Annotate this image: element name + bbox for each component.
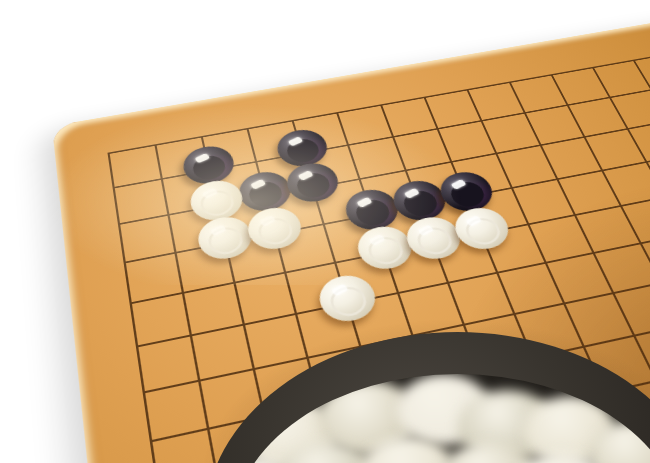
stone-highlight-glint (404, 187, 420, 198)
stone-highlight-glint (331, 283, 348, 296)
stone-highlight-glint (202, 187, 218, 198)
stone-highlight-glint (418, 224, 435, 236)
bowl-interior (233, 374, 650, 463)
go-photo-scene: ●●●●●●●○○○○○○○ (0, 0, 650, 463)
stone-highlight-glint (250, 178, 266, 189)
stone-highlight-glint (451, 179, 467, 190)
stone-highlight-glint (369, 234, 386, 246)
stone-highlight-glint (210, 224, 227, 236)
stone-highlight-glint (298, 170, 314, 181)
stone-highlight-glint (357, 196, 373, 207)
stone-highlight-glint (260, 215, 277, 226)
stone-highlight-glint (195, 153, 211, 163)
stone-highlight-glint (466, 215, 483, 226)
stone-highlight-glint (288, 136, 304, 146)
